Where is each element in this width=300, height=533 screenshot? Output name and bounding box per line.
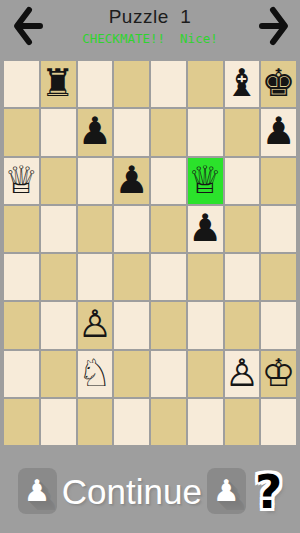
square-f7[interactable] xyxy=(188,109,223,155)
square-c8[interactable] xyxy=(78,61,113,107)
square-e1[interactable] xyxy=(151,399,186,445)
square-g8[interactable]: ♝ xyxy=(225,61,260,107)
square-g4[interactable] xyxy=(225,254,260,300)
white-pawn-icon: ♟ xyxy=(213,476,240,506)
square-f8[interactable] xyxy=(188,61,223,107)
square-d5[interactable] xyxy=(114,206,149,252)
next-puzzle-button[interactable] xyxy=(258,3,292,49)
square-b5[interactable] xyxy=(41,206,76,252)
piece-white-king: ♔ xyxy=(262,354,296,392)
square-h7[interactable]: ♟ xyxy=(261,109,296,155)
square-h3[interactable] xyxy=(261,302,296,348)
square-b6[interactable] xyxy=(41,158,76,204)
square-c5[interactable] xyxy=(78,206,113,252)
piece-white-pawn: ♙ xyxy=(225,354,259,392)
white-pawn-icon: ♟ xyxy=(24,476,51,506)
piece-white-queen: ♕ xyxy=(4,161,38,199)
square-a7[interactable] xyxy=(4,109,39,155)
square-d6[interactable]: ♟ xyxy=(114,158,149,204)
square-f1[interactable] xyxy=(188,399,223,445)
square-c6[interactable] xyxy=(78,158,113,204)
chess-board: ♜♝♚♟♟♕♟♕♟♙♘♙♔ xyxy=(0,60,300,447)
pawn-icon-button-left[interactable]: ♟ xyxy=(18,468,57,514)
square-e5[interactable] xyxy=(151,206,186,252)
square-g7[interactable] xyxy=(225,109,260,155)
piece-white-queen: ♕ xyxy=(188,161,222,199)
square-h5[interactable] xyxy=(261,206,296,252)
square-a4[interactable] xyxy=(4,254,39,300)
square-c1[interactable] xyxy=(78,399,113,445)
square-b2[interactable] xyxy=(41,351,76,397)
square-e2[interactable] xyxy=(151,351,186,397)
square-d4[interactable] xyxy=(114,254,149,300)
pawn-icon-button-right[interactable]: ♟ xyxy=(207,468,246,514)
square-a6[interactable]: ♕ xyxy=(4,158,39,204)
piece-black-pawn: ♟ xyxy=(115,161,149,199)
piece-black-pawn: ♟ xyxy=(188,209,222,247)
piece-black-pawn: ♟ xyxy=(262,112,296,150)
piece-white-knight: ♘ xyxy=(78,354,112,392)
square-d2[interactable] xyxy=(114,351,149,397)
square-c3[interactable]: ♙ xyxy=(78,302,113,348)
square-e4[interactable] xyxy=(151,254,186,300)
square-f5[interactable]: ♟ xyxy=(188,206,223,252)
square-g1[interactable] xyxy=(225,399,260,445)
square-d7[interactable] xyxy=(114,109,149,155)
square-h8[interactable]: ♚ xyxy=(261,61,296,107)
square-c2[interactable]: ♘ xyxy=(78,351,113,397)
square-h4[interactable] xyxy=(261,254,296,300)
square-h6[interactable] xyxy=(261,158,296,204)
piece-black-pawn: ♟ xyxy=(78,112,112,150)
header: Puzzle 1 CHECKMATE!! Nice! xyxy=(0,0,300,60)
square-d3[interactable] xyxy=(114,302,149,348)
square-g2[interactable]: ♙ xyxy=(225,351,260,397)
square-b8[interactable]: ♜ xyxy=(41,61,76,107)
square-h2[interactable]: ♔ xyxy=(261,351,296,397)
status-message: CHECKMATE!! Nice! xyxy=(0,31,300,46)
square-e7[interactable] xyxy=(151,109,186,155)
square-e8[interactable] xyxy=(151,61,186,107)
square-d1[interactable] xyxy=(114,399,149,445)
continue-button[interactable]: Continue xyxy=(60,474,204,509)
square-b3[interactable] xyxy=(41,302,76,348)
square-f2[interactable] xyxy=(188,351,223,397)
help-button[interactable]: ? xyxy=(255,468,282,515)
piece-white-pawn: ♙ xyxy=(78,305,112,343)
square-h1[interactable] xyxy=(261,399,296,445)
piece-black-king: ♚ xyxy=(262,64,296,102)
square-b4[interactable] xyxy=(41,254,76,300)
square-g5[interactable] xyxy=(225,206,260,252)
arrow-right-icon xyxy=(258,37,292,52)
square-b1[interactable] xyxy=(41,399,76,445)
square-a2[interactable] xyxy=(4,351,39,397)
puzzle-title: Puzzle 1 xyxy=(0,6,300,28)
square-f4[interactable] xyxy=(188,254,223,300)
square-e6[interactable] xyxy=(151,158,186,204)
square-d8[interactable] xyxy=(114,61,149,107)
piece-black-rook: ♜ xyxy=(41,64,75,102)
piece-black-bishop: ♝ xyxy=(225,64,259,102)
square-c4[interactable] xyxy=(78,254,113,300)
square-g3[interactable] xyxy=(225,302,260,348)
square-g6[interactable] xyxy=(225,158,260,204)
footer-bar: ♟ Continue ♟ ? xyxy=(0,462,300,520)
square-e3[interactable] xyxy=(151,302,186,348)
square-a1[interactable] xyxy=(4,399,39,445)
square-f3[interactable] xyxy=(188,302,223,348)
square-a3[interactable] xyxy=(4,302,39,348)
square-c7[interactable]: ♟ xyxy=(78,109,113,155)
square-a8[interactable] xyxy=(4,61,39,107)
square-f6[interactable]: ♕ xyxy=(188,158,223,204)
square-b7[interactable] xyxy=(41,109,76,155)
square-a5[interactable] xyxy=(4,206,39,252)
